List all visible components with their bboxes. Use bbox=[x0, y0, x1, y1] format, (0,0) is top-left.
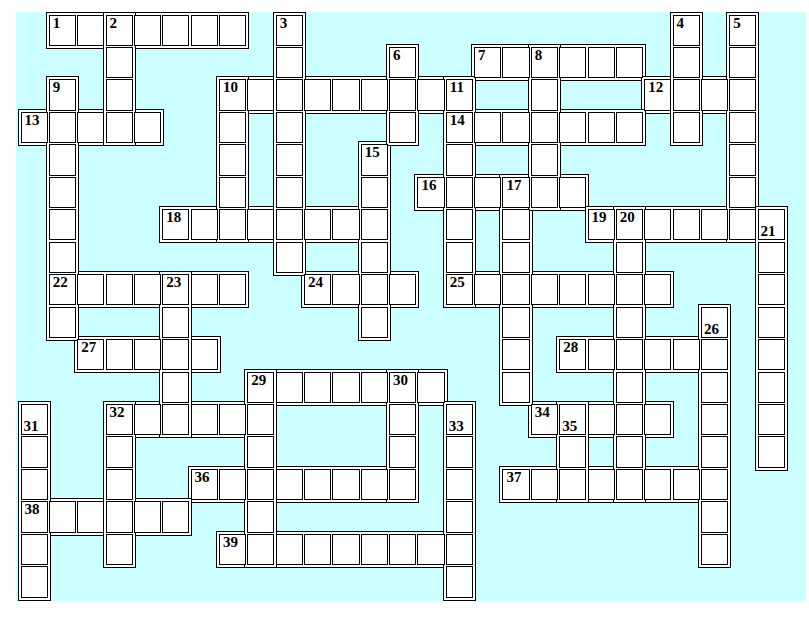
cell-r11c10[interactable] bbox=[304, 372, 331, 403]
cell-r5c7[interactable] bbox=[219, 177, 246, 208]
clue-number-38: 38 bbox=[23, 501, 40, 517]
cell-r13c3[interactable] bbox=[106, 436, 133, 467]
cell-r12c6[interactable] bbox=[191, 404, 218, 435]
cell-r7c9[interactable] bbox=[276, 242, 303, 273]
cell-r0c7[interactable] bbox=[219, 15, 246, 46]
cell-r3c21[interactable] bbox=[616, 112, 643, 143]
cell-r11c12[interactable] bbox=[361, 372, 388, 403]
clue-number-17: 17 bbox=[504, 177, 521, 193]
clue-number-22: 22 bbox=[51, 274, 68, 290]
cell-r0c4[interactable] bbox=[134, 15, 161, 46]
cell-r2c13[interactable] bbox=[389, 79, 416, 110]
cell-r6c17[interactable] bbox=[502, 209, 529, 240]
cell-r1c23[interactable] bbox=[673, 47, 700, 78]
cell-r5c12[interactable] bbox=[361, 177, 388, 208]
cell-r2c3[interactable] bbox=[106, 79, 133, 110]
clue-number-35: 35 bbox=[562, 419, 577, 434]
cell-r8c18[interactable] bbox=[531, 274, 558, 305]
cell-r6c1[interactable] bbox=[49, 209, 76, 240]
cell-r13c19[interactable] bbox=[559, 436, 586, 467]
cell-r3c2[interactable] bbox=[77, 112, 104, 143]
cell-r3c4[interactable] bbox=[134, 112, 161, 143]
cell-r10c24[interactable] bbox=[701, 339, 728, 370]
clue-number-19: 19 bbox=[590, 209, 607, 225]
clue-number-14: 14 bbox=[448, 112, 465, 128]
cell-r10c22[interactable] bbox=[644, 339, 671, 370]
cell-r8c19[interactable] bbox=[559, 274, 586, 305]
clue-number-31: 31 bbox=[24, 419, 39, 434]
cell-r9c17[interactable] bbox=[502, 307, 529, 338]
cell-r8c6[interactable] bbox=[191, 274, 218, 305]
cell-r14c12[interactable] bbox=[361, 469, 388, 500]
cell-r7c17[interactable] bbox=[502, 242, 529, 273]
cell-r1c3[interactable] bbox=[106, 47, 133, 78]
cell-r14c24[interactable] bbox=[701, 469, 728, 500]
cell-r5c18[interactable] bbox=[531, 177, 558, 208]
clue-number-4: 4 bbox=[675, 15, 685, 31]
cell-r8c13[interactable] bbox=[389, 274, 416, 305]
cell-r10c4[interactable] bbox=[134, 339, 161, 370]
clue-number-23: 23 bbox=[164, 274, 181, 290]
cell-r14c18[interactable] bbox=[531, 469, 558, 500]
cell-r15c5[interactable] bbox=[162, 501, 189, 532]
cell-r17c15[interactable] bbox=[446, 566, 473, 597]
cell-r14c0[interactable] bbox=[21, 469, 48, 500]
cell-r1c25[interactable] bbox=[729, 47, 756, 78]
cell-r14c20[interactable] bbox=[588, 469, 615, 500]
cell-r6c24[interactable] bbox=[701, 209, 728, 240]
clue-number-7: 7 bbox=[476, 47, 486, 63]
cell-r13c0[interactable] bbox=[21, 436, 48, 467]
cell-r9c12[interactable] bbox=[361, 307, 388, 338]
cell-r14c21[interactable] bbox=[616, 469, 643, 500]
cell-r7c1[interactable] bbox=[49, 242, 76, 273]
clue-number-18: 18 bbox=[164, 209, 181, 225]
clue-number-39: 39 bbox=[221, 534, 238, 550]
clue-number-21: 21 bbox=[761, 224, 776, 239]
cell-r16c15[interactable] bbox=[446, 534, 473, 565]
clue-number-25: 25 bbox=[448, 274, 465, 290]
clue-number-16: 16 bbox=[419, 177, 436, 193]
cell-r6c10[interactable] bbox=[304, 209, 331, 240]
cell-r2c8[interactable] bbox=[247, 79, 274, 110]
cell-r10c17[interactable] bbox=[502, 339, 529, 370]
cell-r5c15[interactable] bbox=[446, 177, 473, 208]
clue-number-27: 27 bbox=[79, 339, 96, 355]
cell-r16c13[interactable] bbox=[389, 534, 416, 565]
cell-r12c4[interactable] bbox=[134, 404, 161, 435]
cell-r1c19[interactable] bbox=[559, 47, 586, 78]
cell-r15c2[interactable] bbox=[77, 501, 104, 532]
cell-r14c15[interactable] bbox=[446, 469, 473, 500]
cell-r9c1[interactable] bbox=[49, 307, 76, 338]
cell-r4c18[interactable] bbox=[531, 144, 558, 175]
clue-number-26: 26 bbox=[704, 322, 719, 337]
cell-r7c15[interactable] bbox=[446, 242, 473, 273]
cell-r2c18[interactable] bbox=[531, 79, 558, 110]
cell-r16c8[interactable] bbox=[247, 534, 274, 565]
cell-r15c8[interactable] bbox=[247, 501, 274, 532]
clue-number-1: 1 bbox=[51, 15, 61, 31]
cell-r12c21[interactable] bbox=[616, 404, 643, 435]
cell-r11c5[interactable] bbox=[162, 372, 189, 403]
clue-number-9: 9 bbox=[51, 79, 61, 95]
clue-number-15: 15 bbox=[363, 144, 380, 160]
cell-r6c22[interactable] bbox=[644, 209, 671, 240]
clue-number-32: 32 bbox=[108, 404, 125, 420]
cell-r2c14[interactable] bbox=[417, 79, 444, 110]
cell-r16c14[interactable] bbox=[417, 534, 444, 565]
clue-number-8: 8 bbox=[533, 47, 543, 63]
crossword-board: 1234567891011121314151617181920212223242… bbox=[0, 0, 809, 620]
cell-r11c26[interactable] bbox=[758, 372, 785, 403]
cell-r13c21[interactable] bbox=[616, 436, 643, 467]
cell-r3c20[interactable] bbox=[588, 112, 615, 143]
cell-r5c9[interactable] bbox=[276, 177, 303, 208]
cell-r12c13[interactable] bbox=[389, 404, 416, 435]
cell-r16c10[interactable] bbox=[304, 534, 331, 565]
cell-r13c26[interactable] bbox=[758, 436, 785, 467]
cell-r5c19[interactable] bbox=[559, 177, 586, 208]
cell-r1c20[interactable] bbox=[588, 47, 615, 78]
cell-r8c22[interactable] bbox=[644, 274, 671, 305]
cell-r17c0[interactable] bbox=[21, 566, 48, 597]
cell-r6c8[interactable] bbox=[247, 209, 274, 240]
cell-r3c16[interactable] bbox=[474, 112, 501, 143]
clue-number-5: 5 bbox=[731, 15, 741, 31]
cell-r8c7[interactable] bbox=[219, 274, 246, 305]
clue-number-36: 36 bbox=[193, 469, 210, 485]
cell-r3c13[interactable] bbox=[389, 112, 416, 143]
cell-r16c9[interactable] bbox=[276, 534, 303, 565]
clue-number-30: 30 bbox=[391, 372, 408, 388]
cell-r0c5[interactable] bbox=[162, 15, 189, 46]
cell-r4c1[interactable] bbox=[49, 144, 76, 175]
cell-r10c5[interactable] bbox=[162, 339, 189, 370]
clue-number-28: 28 bbox=[561, 339, 578, 355]
cell-r4c9[interactable] bbox=[276, 144, 303, 175]
cell-r3c7[interactable] bbox=[219, 112, 246, 143]
cell-r8c16[interactable] bbox=[474, 274, 501, 305]
cell-r7c26[interactable] bbox=[758, 242, 785, 273]
cell-r3c23[interactable] bbox=[673, 112, 700, 143]
cell-r14c11[interactable] bbox=[332, 469, 359, 500]
cell-r11c9[interactable] bbox=[276, 372, 303, 403]
cell-r3c18[interactable] bbox=[531, 112, 558, 143]
cell-r15c15[interactable] bbox=[446, 501, 473, 532]
cell-r10c26[interactable] bbox=[758, 339, 785, 370]
cell-r14c23[interactable] bbox=[673, 469, 700, 500]
cell-r0c2[interactable] bbox=[77, 15, 104, 46]
cell-r11c14[interactable] bbox=[417, 372, 444, 403]
cell-r8c2[interactable] bbox=[77, 274, 104, 305]
cell-r3c19[interactable] bbox=[559, 112, 586, 143]
cell-r8c12[interactable] bbox=[361, 274, 388, 305]
clue-number-3: 3 bbox=[278, 15, 288, 31]
cell-r4c25[interactable] bbox=[729, 144, 756, 175]
cell-r6c11[interactable] bbox=[332, 209, 359, 240]
cell-r13c8[interactable] bbox=[247, 436, 274, 467]
cell-r12c20[interactable] bbox=[588, 404, 615, 435]
cell-r6c15[interactable] bbox=[446, 209, 473, 240]
cell-r2c24[interactable] bbox=[701, 79, 728, 110]
cell-r1c21[interactable] bbox=[616, 47, 643, 78]
cell-r6c6[interactable] bbox=[191, 209, 218, 240]
cell-r10c21[interactable] bbox=[616, 339, 643, 370]
cell-r2c12[interactable] bbox=[361, 79, 388, 110]
cell-r8c3[interactable] bbox=[106, 274, 133, 305]
cell-r3c9[interactable] bbox=[276, 112, 303, 143]
clue-number-13: 13 bbox=[23, 112, 40, 128]
cell-r0c6[interactable] bbox=[191, 15, 218, 46]
clue-number-2: 2 bbox=[108, 15, 118, 31]
cell-r15c1[interactable] bbox=[49, 501, 76, 532]
cell-r4c7[interactable] bbox=[219, 144, 246, 175]
cell-r13c13[interactable] bbox=[389, 436, 416, 467]
cell-r9c21[interactable] bbox=[616, 307, 643, 338]
cell-r12c8[interactable] bbox=[247, 404, 274, 435]
cell-r9c5[interactable] bbox=[162, 307, 189, 338]
cell-r15c3[interactable] bbox=[106, 501, 133, 532]
cell-r10c23[interactable] bbox=[673, 339, 700, 370]
cell-r8c4[interactable] bbox=[134, 274, 161, 305]
clue-number-10: 10 bbox=[221, 79, 238, 95]
clue-number-24: 24 bbox=[306, 274, 323, 290]
cell-r2c11[interactable] bbox=[332, 79, 359, 110]
cell-r3c3[interactable] bbox=[106, 112, 133, 143]
cell-r2c10[interactable] bbox=[304, 79, 331, 110]
cell-r12c5[interactable] bbox=[162, 404, 189, 435]
cell-r16c3[interactable] bbox=[106, 534, 133, 565]
cell-r14c19[interactable] bbox=[559, 469, 586, 500]
cell-r15c24[interactable] bbox=[701, 501, 728, 532]
cell-r9c26[interactable] bbox=[758, 307, 785, 338]
cell-r11c11[interactable] bbox=[332, 372, 359, 403]
cell-r2c23[interactable] bbox=[673, 79, 700, 110]
cell-r7c21[interactable] bbox=[616, 242, 643, 273]
cell-r8c17[interactable] bbox=[502, 274, 529, 305]
cell-r5c16[interactable] bbox=[474, 177, 501, 208]
cell-r1c9[interactable] bbox=[276, 47, 303, 78]
cell-r3c17[interactable] bbox=[502, 112, 529, 143]
clue-number-20: 20 bbox=[618, 209, 635, 225]
cell-r15c4[interactable] bbox=[134, 501, 161, 532]
cell-r16c11[interactable] bbox=[332, 534, 359, 565]
cell-r10c6[interactable] bbox=[191, 339, 218, 370]
cell-r11c21[interactable] bbox=[616, 372, 643, 403]
cell-r3c25[interactable] bbox=[729, 112, 756, 143]
clue-number-6: 6 bbox=[391, 47, 401, 63]
cell-r6c9[interactable] bbox=[276, 209, 303, 240]
clue-number-29: 29 bbox=[249, 372, 266, 388]
cell-r6c23[interactable] bbox=[673, 209, 700, 240]
cell-r2c25[interactable] bbox=[729, 79, 756, 110]
cell-r14c10[interactable] bbox=[304, 469, 331, 500]
cell-r12c24[interactable] bbox=[701, 404, 728, 435]
cell-r4c15[interactable] bbox=[446, 144, 473, 175]
cell-r8c20[interactable] bbox=[588, 274, 615, 305]
cell-r8c11[interactable] bbox=[332, 274, 359, 305]
cell-r8c26[interactable] bbox=[758, 274, 785, 305]
cell-r8c21[interactable] bbox=[616, 274, 643, 305]
cell-r11c17[interactable] bbox=[502, 372, 529, 403]
cell-r14c22[interactable] bbox=[644, 469, 671, 500]
cell-r16c24[interactable] bbox=[701, 534, 728, 565]
cell-r10c3[interactable] bbox=[106, 339, 133, 370]
cell-r2c9[interactable] bbox=[276, 79, 303, 110]
cell-r1c17[interactable] bbox=[502, 47, 529, 78]
cell-r13c24[interactable] bbox=[701, 436, 728, 467]
clue-number-37: 37 bbox=[504, 469, 521, 485]
cell-r14c7[interactable] bbox=[219, 469, 246, 500]
cell-r12c7[interactable] bbox=[219, 404, 246, 435]
cell-r14c13[interactable] bbox=[389, 469, 416, 500]
cell-r6c25[interactable] bbox=[729, 209, 756, 240]
cell-r13c15[interactable] bbox=[446, 436, 473, 467]
cell-r12c26[interactable] bbox=[758, 404, 785, 435]
cell-r12c22[interactable] bbox=[644, 404, 671, 435]
cell-r10c20[interactable] bbox=[588, 339, 615, 370]
cell-r16c0[interactable] bbox=[21, 534, 48, 565]
cell-r6c7[interactable] bbox=[219, 209, 246, 240]
cell-r14c3[interactable] bbox=[106, 469, 133, 500]
cell-r7c12[interactable] bbox=[361, 242, 388, 273]
clue-number-33: 33 bbox=[449, 419, 464, 434]
cell-r11c24[interactable] bbox=[701, 372, 728, 403]
cell-r14c8[interactable] bbox=[247, 469, 274, 500]
cell-r6c12[interactable] bbox=[361, 209, 388, 240]
cell-r14c9[interactable] bbox=[276, 469, 303, 500]
clue-number-34: 34 bbox=[533, 404, 550, 420]
cell-r5c25[interactable] bbox=[729, 177, 756, 208]
clue-number-12: 12 bbox=[646, 79, 663, 95]
cell-r5c1[interactable] bbox=[49, 177, 76, 208]
clue-number-11: 11 bbox=[448, 79, 464, 95]
cell-r16c12[interactable] bbox=[361, 534, 388, 565]
cell-r3c1[interactable] bbox=[49, 112, 76, 143]
